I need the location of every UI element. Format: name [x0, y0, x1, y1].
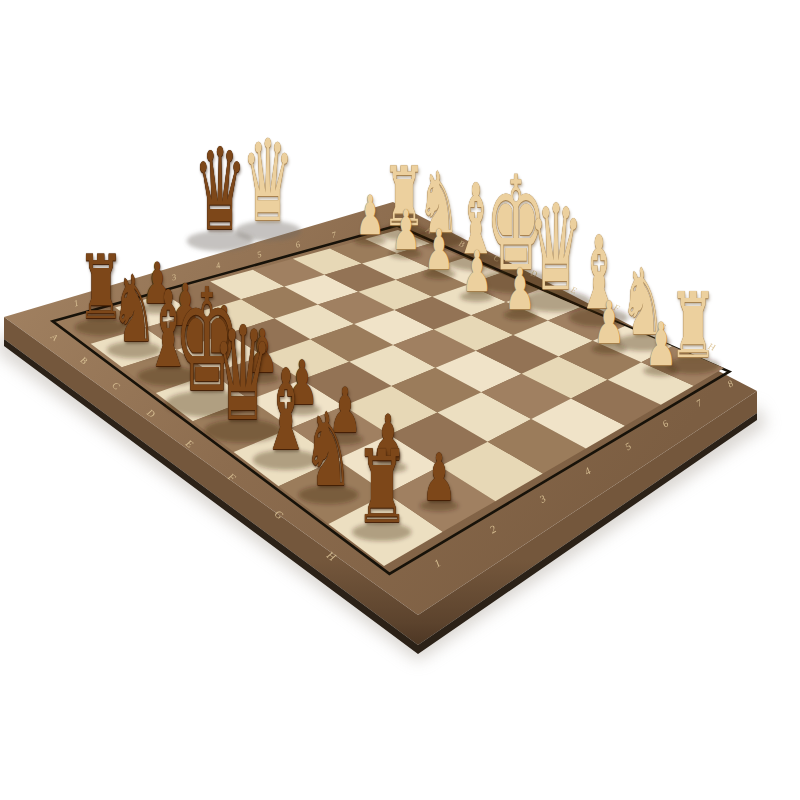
shadow-dark-pawn-d2	[244, 373, 279, 384]
shadow-dark-rook-a1	[75, 319, 127, 335]
shadow-dark-pawn-h2	[420, 500, 458, 512]
shadow-dark-pawn-c2	[206, 349, 241, 360]
shadow-light-bishop-c8	[448, 253, 505, 271]
file-label-far-H: H	[706, 341, 718, 354]
shadow-dark-rook-h1	[352, 523, 411, 541]
shadow-dark-king-d1	[165, 391, 249, 417]
file-label-far-G: G	[657, 321, 667, 333]
shadow-light-bishop-f8	[569, 308, 628, 326]
shadow-light-pawn-g7	[592, 343, 627, 354]
shadow-dark-pawn-e2	[284, 404, 320, 415]
shadow-dark-bishop-f1	[253, 450, 319, 470]
shadow-light-pawn-h7	[643, 365, 678, 376]
shadow-light-queen-e8	[521, 291, 591, 313]
shadow-dark-queen-e1	[204, 419, 281, 443]
shadow-light-king-d8	[477, 270, 554, 294]
shadow-dark-knight-g1	[298, 486, 358, 505]
shadow-dark-bishop-c1	[137, 367, 199, 386]
shadow-dark-knight-b1	[107, 342, 161, 359]
shadow-dark-pawn-a2	[140, 303, 174, 313]
shadow-dark-pawn-b2	[168, 326, 202, 337]
shadow-dark-pawn-f2	[326, 434, 363, 445]
shadow-light-pawn-b7	[390, 249, 422, 259]
shadow-light-pawn-c7	[423, 269, 456, 279]
shadow-light-pawn-a7	[354, 236, 386, 246]
shadow-dark-queen-spare	[187, 231, 254, 252]
shadow-light-knight-b8	[414, 232, 464, 247]
chess-set-product-photo: A1A1B2B2C3C3D4D4E5E5F6F6G7G7H8H8 ♛♜♞♟♛♟♝…	[0, 0, 800, 800]
chess-board: A1A1B2B2C3C3D4D4E5E5F6F6G7G7H8H8	[0, 0, 800, 800]
shadow-light-pawn-e7	[504, 310, 538, 320]
shadow-light-pawn-d7	[460, 292, 493, 302]
shadow-dark-pawn-g2	[370, 462, 407, 474]
